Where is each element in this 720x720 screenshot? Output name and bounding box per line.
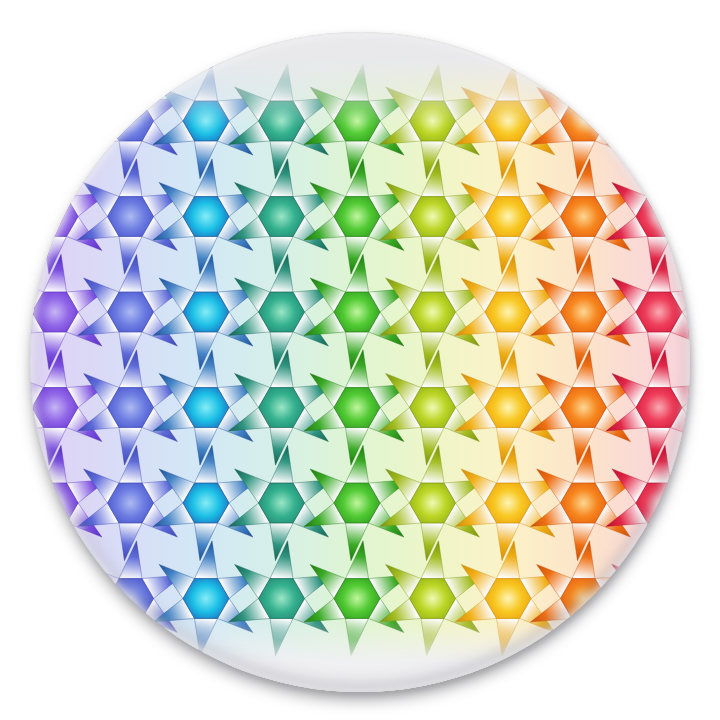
round-magnet-disc bbox=[30, 32, 690, 692]
rainbow-hex-star-pattern bbox=[30, 32, 690, 692]
star-grid bbox=[30, 63, 690, 656]
magnet-product-photo bbox=[0, 0, 720, 720]
